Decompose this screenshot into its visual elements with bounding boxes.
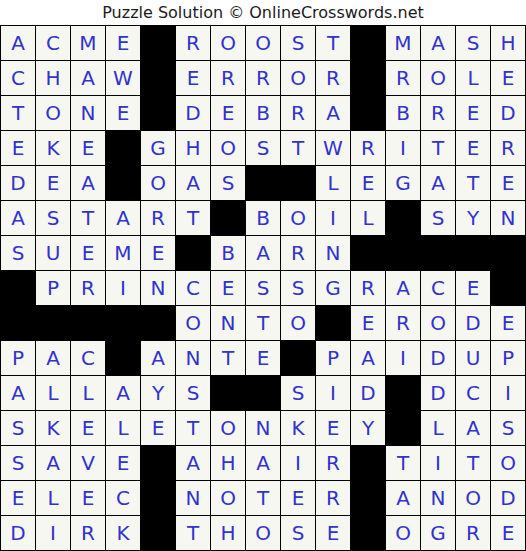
letter-cell: D bbox=[1, 166, 35, 200]
letter-cell: R bbox=[246, 61, 280, 95]
letter-cell: O bbox=[211, 411, 245, 445]
letter-cell: E bbox=[106, 26, 140, 60]
black-cell bbox=[386, 376, 420, 410]
black-cell bbox=[176, 236, 210, 270]
letter-cell: L bbox=[71, 376, 105, 410]
letter-cell: R bbox=[141, 201, 175, 235]
letter-cell: B bbox=[246, 96, 280, 130]
black-cell bbox=[351, 516, 385, 550]
letter-cell: R bbox=[71, 516, 105, 550]
letter-cell: D bbox=[491, 96, 525, 130]
letter-cell: N bbox=[211, 306, 245, 340]
letter-cell: T bbox=[246, 481, 280, 515]
black-cell bbox=[106, 341, 140, 375]
letter-cell: O bbox=[36, 96, 70, 130]
letter-cell: M bbox=[386, 26, 420, 60]
black-cell bbox=[351, 236, 385, 270]
letter-cell: A bbox=[176, 446, 210, 480]
letter-cell: I bbox=[316, 376, 350, 410]
letter-cell: P bbox=[316, 341, 350, 375]
letter-cell: R bbox=[351, 271, 385, 305]
black-cell bbox=[351, 446, 385, 480]
letter-cell: E bbox=[351, 166, 385, 200]
letter-cell: E bbox=[36, 166, 70, 200]
letter-cell: B bbox=[246, 201, 280, 235]
letter-cell: D bbox=[176, 96, 210, 130]
black-cell bbox=[106, 166, 140, 200]
letter-cell: E bbox=[456, 131, 490, 165]
page-title: Puzzle Solution © OnlineCrosswords.net bbox=[102, 3, 424, 22]
letter-cell: E bbox=[176, 61, 210, 95]
letter-cell: Y bbox=[351, 411, 385, 445]
black-cell bbox=[351, 61, 385, 95]
letter-cell: V bbox=[71, 446, 105, 480]
letter-cell: T bbox=[316, 26, 350, 60]
letter-cell: L bbox=[106, 411, 140, 445]
letter-cell: I bbox=[491, 376, 525, 410]
letter-cell: W bbox=[106, 61, 140, 95]
letter-cell: A bbox=[386, 481, 420, 515]
letter-cell: E bbox=[71, 131, 105, 165]
letter-cell: E bbox=[1, 131, 35, 165]
letter-cell: A bbox=[421, 166, 455, 200]
black-cell bbox=[141, 516, 175, 550]
black-cell bbox=[351, 26, 385, 60]
letter-cell: E bbox=[71, 236, 105, 270]
black-cell bbox=[386, 411, 420, 445]
black-cell bbox=[106, 131, 140, 165]
letter-cell: D bbox=[491, 481, 525, 515]
black-cell bbox=[246, 376, 280, 410]
black-cell bbox=[386, 236, 420, 270]
letter-cell: E bbox=[211, 271, 245, 305]
letter-cell: E bbox=[106, 96, 140, 130]
letter-cell: P bbox=[1, 341, 35, 375]
letter-cell: R bbox=[281, 96, 315, 130]
letter-cell: I bbox=[106, 271, 140, 305]
letter-cell: I bbox=[386, 341, 420, 375]
letter-cell: A bbox=[36, 446, 70, 480]
letter-cell: A bbox=[106, 201, 140, 235]
letter-cell: S bbox=[1, 236, 35, 270]
letter-cell: S bbox=[456, 26, 490, 60]
letter-cell: T bbox=[386, 446, 420, 480]
letter-cell: L bbox=[36, 376, 70, 410]
letter-cell: S bbox=[281, 376, 315, 410]
letter-cell: C bbox=[176, 271, 210, 305]
letter-cell: E bbox=[141, 411, 175, 445]
letter-cell: O bbox=[421, 61, 455, 95]
letter-cell: T bbox=[176, 201, 210, 235]
letter-cell: T bbox=[281, 131, 315, 165]
letter-cell: T bbox=[211, 341, 245, 375]
black-cell bbox=[281, 341, 315, 375]
letter-cell: E bbox=[456, 271, 490, 305]
letter-cell: L bbox=[351, 201, 385, 235]
letter-cell: S bbox=[36, 201, 70, 235]
letter-cell: A bbox=[316, 96, 350, 130]
letter-cell: E bbox=[351, 306, 385, 340]
letter-cell: C bbox=[421, 271, 455, 305]
black-cell bbox=[386, 201, 420, 235]
letter-cell: O bbox=[281, 306, 315, 340]
letter-cell: B bbox=[211, 236, 245, 270]
black-cell bbox=[491, 236, 525, 270]
letter-cell: D bbox=[1, 516, 35, 550]
letter-cell: H bbox=[176, 131, 210, 165]
letter-cell: A bbox=[421, 26, 455, 60]
crossword-grid: ACMEROOSTMASHCHAWERRORROLETONEDEBRABREDE… bbox=[0, 25, 526, 551]
black-cell bbox=[211, 376, 245, 410]
letter-cell: A bbox=[1, 26, 35, 60]
letter-cell: N bbox=[176, 481, 210, 515]
letter-cell: R bbox=[316, 481, 350, 515]
letter-cell: R bbox=[281, 236, 315, 270]
letter-cell: R bbox=[421, 96, 455, 130]
letter-cell: Y bbox=[456, 201, 490, 235]
letter-cell: E bbox=[316, 516, 350, 550]
letter-cell: S bbox=[246, 271, 280, 305]
black-cell bbox=[351, 481, 385, 515]
letter-cell: N bbox=[491, 201, 525, 235]
letter-cell: G bbox=[141, 131, 175, 165]
letter-cell: H bbox=[211, 516, 245, 550]
letter-cell: R bbox=[491, 131, 525, 165]
letter-cell: E bbox=[281, 481, 315, 515]
letter-cell: T bbox=[176, 411, 210, 445]
letter-cell: A bbox=[456, 411, 490, 445]
black-cell bbox=[106, 306, 140, 340]
black-cell bbox=[141, 481, 175, 515]
letter-cell: A bbox=[36, 341, 70, 375]
letter-cell: E bbox=[491, 166, 525, 200]
letter-cell: Y bbox=[141, 376, 175, 410]
letter-cell: S bbox=[421, 201, 455, 235]
letter-cell: E bbox=[491, 516, 525, 550]
letter-cell: P bbox=[36, 271, 70, 305]
letter-cell: K bbox=[36, 411, 70, 445]
letter-cell: T bbox=[246, 306, 280, 340]
letter-cell: M bbox=[106, 236, 140, 270]
black-cell bbox=[36, 306, 70, 340]
letter-cell: R bbox=[456, 516, 490, 550]
letter-cell: E bbox=[106, 446, 140, 480]
letter-cell: A bbox=[71, 166, 105, 200]
letter-cell: O bbox=[281, 61, 315, 95]
title-bar: Puzzle Solution © OnlineCrosswords.net bbox=[0, 0, 526, 25]
black-cell bbox=[1, 306, 35, 340]
letter-cell: T bbox=[1, 96, 35, 130]
black-cell bbox=[141, 446, 175, 480]
letter-cell: A bbox=[386, 271, 420, 305]
black-cell bbox=[1, 271, 35, 305]
letter-cell: S bbox=[176, 376, 210, 410]
letter-cell: P bbox=[491, 341, 525, 375]
letter-cell: O bbox=[176, 306, 210, 340]
letter-cell: A bbox=[246, 446, 280, 480]
letter-cell: O bbox=[141, 166, 175, 200]
letter-cell: O bbox=[246, 516, 280, 550]
black-cell bbox=[421, 236, 455, 270]
letter-cell: T bbox=[176, 516, 210, 550]
letter-cell: O bbox=[211, 131, 245, 165]
letter-cell: W bbox=[316, 131, 350, 165]
letter-cell: T bbox=[71, 201, 105, 235]
letter-cell: D bbox=[456, 306, 490, 340]
letter-cell: A bbox=[176, 166, 210, 200]
letter-cell: O bbox=[211, 26, 245, 60]
letter-cell: S bbox=[281, 271, 315, 305]
letter-cell: E bbox=[1, 481, 35, 515]
letter-cell: D bbox=[351, 376, 385, 410]
letter-cell: A bbox=[1, 376, 35, 410]
letter-cell: S bbox=[281, 26, 315, 60]
black-cell bbox=[211, 201, 245, 235]
letter-cell: R bbox=[176, 26, 210, 60]
letter-cell: A bbox=[141, 341, 175, 375]
letter-cell: S bbox=[246, 131, 280, 165]
letter-cell: C bbox=[71, 341, 105, 375]
letter-cell: E bbox=[491, 61, 525, 95]
letter-cell: N bbox=[141, 271, 175, 305]
letter-cell: E bbox=[246, 341, 280, 375]
letter-cell: R bbox=[386, 61, 420, 95]
letter-cell: O bbox=[246, 26, 280, 60]
letter-cell: H bbox=[36, 61, 70, 95]
letter-cell: I bbox=[316, 201, 350, 235]
letter-cell: E bbox=[141, 236, 175, 270]
letter-cell: S bbox=[281, 516, 315, 550]
black-cell bbox=[141, 306, 175, 340]
black-cell bbox=[316, 306, 350, 340]
letter-cell: A bbox=[71, 61, 105, 95]
letter-cell: S bbox=[1, 411, 35, 445]
letter-cell: E bbox=[71, 481, 105, 515]
letter-cell: K bbox=[36, 131, 70, 165]
letter-cell: G bbox=[421, 516, 455, 550]
letter-cell: C bbox=[36, 26, 70, 60]
letter-cell: I bbox=[421, 446, 455, 480]
letter-cell: N bbox=[176, 341, 210, 375]
letter-cell: L bbox=[316, 166, 350, 200]
letter-cell: U bbox=[36, 236, 70, 270]
puzzle-solution-page: Puzzle Solution © OnlineCrosswords.net A… bbox=[0, 0, 526, 551]
black-cell bbox=[141, 96, 175, 130]
letter-cell: E bbox=[491, 306, 525, 340]
letter-cell: R bbox=[211, 61, 245, 95]
letter-cell: R bbox=[316, 61, 350, 95]
letter-cell: O bbox=[211, 481, 245, 515]
letter-cell: C bbox=[1, 61, 35, 95]
letter-cell: T bbox=[456, 166, 490, 200]
letter-cell: S bbox=[491, 411, 525, 445]
letter-cell: M bbox=[71, 26, 105, 60]
black-cell bbox=[281, 166, 315, 200]
letter-cell: L bbox=[36, 481, 70, 515]
letter-cell: I bbox=[36, 516, 70, 550]
letter-cell: S bbox=[211, 166, 245, 200]
letter-cell: H bbox=[491, 26, 525, 60]
black-cell bbox=[491, 271, 525, 305]
letter-cell: D bbox=[421, 341, 455, 375]
letter-cell: O bbox=[386, 516, 420, 550]
letter-cell: L bbox=[421, 411, 455, 445]
letter-cell: I bbox=[281, 446, 315, 480]
letter-cell: A bbox=[1, 201, 35, 235]
letter-cell: G bbox=[386, 166, 420, 200]
letter-cell: O bbox=[281, 201, 315, 235]
letter-cell: N bbox=[71, 96, 105, 130]
letter-cell: U bbox=[456, 341, 490, 375]
letter-cell: A bbox=[106, 376, 140, 410]
letter-cell: E bbox=[456, 96, 490, 130]
black-cell bbox=[351, 96, 385, 130]
letter-cell: C bbox=[106, 481, 140, 515]
letter-cell: R bbox=[351, 131, 385, 165]
black-cell bbox=[71, 306, 105, 340]
letter-cell: A bbox=[246, 236, 280, 270]
letter-cell: L bbox=[456, 61, 490, 95]
letter-cell: H bbox=[211, 446, 245, 480]
letter-cell: A bbox=[351, 341, 385, 375]
letter-cell: N bbox=[316, 236, 350, 270]
letter-cell: C bbox=[456, 376, 490, 410]
letter-cell: E bbox=[71, 411, 105, 445]
letter-cell: I bbox=[386, 131, 420, 165]
letter-cell: O bbox=[456, 481, 490, 515]
letter-cell: O bbox=[491, 446, 525, 480]
black-cell bbox=[141, 61, 175, 95]
letter-cell: R bbox=[316, 446, 350, 480]
letter-cell: R bbox=[386, 306, 420, 340]
letter-cell: O bbox=[421, 306, 455, 340]
letter-cell: D bbox=[421, 376, 455, 410]
letter-cell: E bbox=[316, 411, 350, 445]
letter-cell: R bbox=[71, 271, 105, 305]
letter-cell: E bbox=[211, 96, 245, 130]
letter-cell: K bbox=[106, 516, 140, 550]
black-cell bbox=[456, 236, 490, 270]
letter-cell: T bbox=[421, 131, 455, 165]
letter-cell: T bbox=[456, 446, 490, 480]
letter-cell: N bbox=[246, 411, 280, 445]
letter-cell: B bbox=[386, 96, 420, 130]
black-cell bbox=[141, 26, 175, 60]
letter-cell: S bbox=[1, 446, 35, 480]
black-cell bbox=[246, 166, 280, 200]
letter-cell: N bbox=[421, 481, 455, 515]
letter-cell: G bbox=[316, 271, 350, 305]
letter-cell: K bbox=[281, 411, 315, 445]
